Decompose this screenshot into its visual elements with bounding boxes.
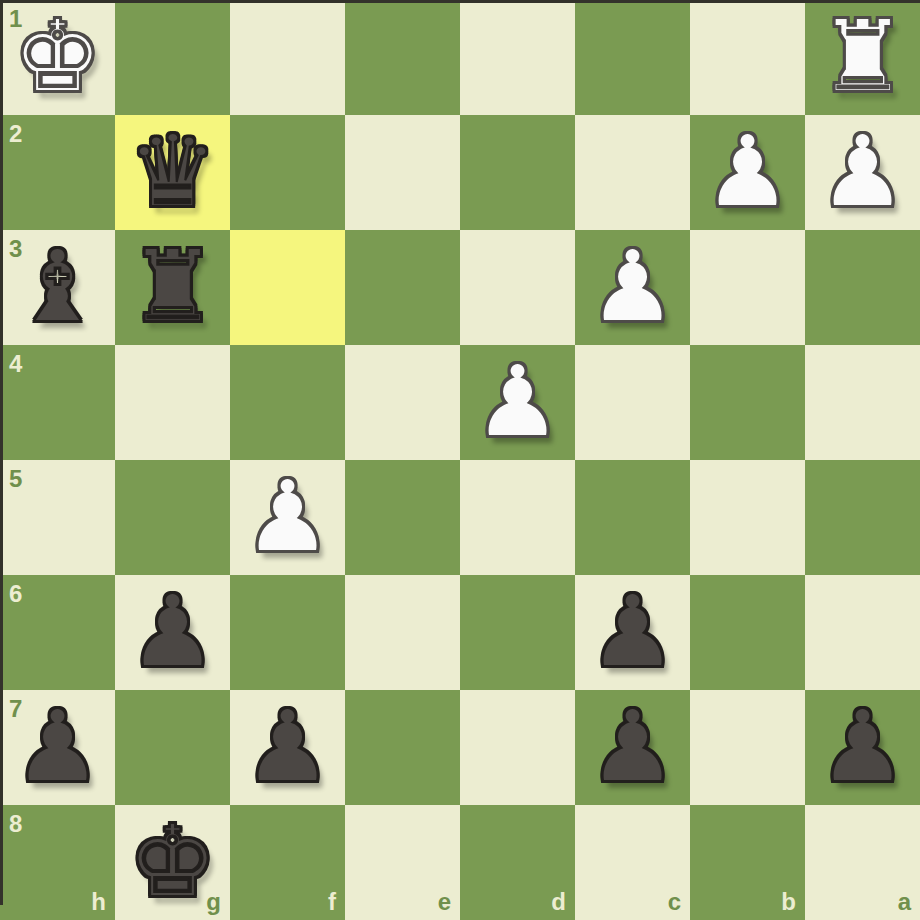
square-f6[interactable]: [230, 575, 345, 690]
file-label-a: a: [898, 888, 911, 916]
rank-label-3: 3: [9, 235, 22, 263]
square-f8[interactable]: f: [230, 805, 345, 920]
square-b4[interactable]: [690, 345, 805, 460]
square-b7[interactable]: [690, 690, 805, 805]
square-c8[interactable]: c: [575, 805, 690, 920]
square-d7[interactable]: [460, 690, 575, 805]
square-a1[interactable]: ♜: [805, 0, 920, 115]
square-d6[interactable]: [460, 575, 575, 690]
file-label-b: b: [781, 888, 796, 916]
square-g6[interactable]: ♟: [115, 575, 230, 690]
square-h6[interactable]: 6: [0, 575, 115, 690]
black-rook-piece[interactable]: ♜: [115, 230, 230, 345]
white-pawn-piece[interactable]: ♟: [460, 345, 575, 460]
square-a8[interactable]: a: [805, 805, 920, 920]
square-a5[interactable]: [805, 460, 920, 575]
square-c1[interactable]: [575, 0, 690, 115]
square-f7[interactable]: ♟: [230, 690, 345, 805]
square-h5[interactable]: 5: [0, 460, 115, 575]
square-h4[interactable]: 4: [0, 345, 115, 460]
square-f4[interactable]: [230, 345, 345, 460]
square-h3[interactable]: 3♝: [0, 230, 115, 345]
square-b8[interactable]: b: [690, 805, 805, 920]
square-h1[interactable]: 1♚: [0, 0, 115, 115]
square-c7[interactable]: ♟: [575, 690, 690, 805]
square-b3[interactable]: [690, 230, 805, 345]
square-b5[interactable]: [690, 460, 805, 575]
square-b2[interactable]: ♟: [690, 115, 805, 230]
square-c4[interactable]: [575, 345, 690, 460]
square-b6[interactable]: [690, 575, 805, 690]
rank-label-4: 4: [9, 350, 22, 378]
chess-board: 1♚♜2♛♟♟3♝♜♟4♟5♟6♟♟7♟♟♟♟8hg♚fedcba: [0, 0, 920, 920]
white-pawn-piece[interactable]: ♟: [230, 460, 345, 575]
square-d4[interactable]: ♟: [460, 345, 575, 460]
square-f2[interactable]: [230, 115, 345, 230]
square-e7[interactable]: [345, 690, 460, 805]
square-e2[interactable]: [345, 115, 460, 230]
square-d5[interactable]: [460, 460, 575, 575]
square-f5[interactable]: ♟: [230, 460, 345, 575]
square-c5[interactable]: [575, 460, 690, 575]
black-pawn-piece[interactable]: ♟: [805, 690, 920, 805]
square-g1[interactable]: [115, 0, 230, 115]
file-label-g: g: [206, 888, 221, 916]
file-label-c: c: [668, 888, 681, 916]
rank-label-7: 7: [9, 695, 22, 723]
square-d2[interactable]: [460, 115, 575, 230]
square-e1[interactable]: [345, 0, 460, 115]
file-label-e: e: [438, 888, 451, 916]
black-queen-piece[interactable]: ♛: [115, 115, 230, 230]
black-pawn-piece[interactable]: ♟: [230, 690, 345, 805]
white-rook-piece[interactable]: ♜: [805, 0, 920, 115]
square-g2[interactable]: ♛: [115, 115, 230, 230]
square-g4[interactable]: [115, 345, 230, 460]
square-g5[interactable]: [115, 460, 230, 575]
rank-label-1: 1: [9, 5, 22, 33]
square-e4[interactable]: [345, 345, 460, 460]
square-g3[interactable]: ♜: [115, 230, 230, 345]
rank-label-2: 2: [9, 120, 22, 148]
square-c6[interactable]: ♟: [575, 575, 690, 690]
square-d8[interactable]: d: [460, 805, 575, 920]
square-h2[interactable]: 2: [0, 115, 115, 230]
square-a3[interactable]: [805, 230, 920, 345]
rank-label-6: 6: [9, 580, 22, 608]
square-c3[interactable]: ♟: [575, 230, 690, 345]
square-a4[interactable]: [805, 345, 920, 460]
window-frame-top-edge: [0, 0, 920, 3]
window-frame-left-edge: [0, 0, 3, 905]
square-a2[interactable]: ♟: [805, 115, 920, 230]
square-e8[interactable]: e: [345, 805, 460, 920]
square-e3[interactable]: [345, 230, 460, 345]
square-a6[interactable]: [805, 575, 920, 690]
square-h8[interactable]: 8h: [0, 805, 115, 920]
white-pawn-piece[interactable]: ♟: [805, 115, 920, 230]
file-label-h: h: [91, 888, 106, 916]
white-pawn-piece[interactable]: ♟: [575, 230, 690, 345]
square-d3[interactable]: [460, 230, 575, 345]
square-b1[interactable]: [690, 0, 805, 115]
square-a7[interactable]: ♟: [805, 690, 920, 805]
black-pawn-piece[interactable]: ♟: [115, 575, 230, 690]
square-f3[interactable]: [230, 230, 345, 345]
square-e5[interactable]: [345, 460, 460, 575]
file-label-d: d: [551, 888, 566, 916]
square-e6[interactable]: [345, 575, 460, 690]
file-label-f: f: [328, 888, 336, 916]
square-g7[interactable]: [115, 690, 230, 805]
square-c2[interactable]: [575, 115, 690, 230]
rank-label-5: 5: [9, 465, 22, 493]
black-pawn-piece[interactable]: ♟: [575, 575, 690, 690]
rank-label-8: 8: [9, 810, 22, 838]
chess-app-window: 1♚♜2♛♟♟3♝♜♟4♟5♟6♟♟7♟♟♟♟8hg♚fedcba: [0, 0, 920, 920]
square-f1[interactable]: [230, 0, 345, 115]
square-d1[interactable]: [460, 0, 575, 115]
white-pawn-piece[interactable]: ♟: [690, 115, 805, 230]
black-pawn-piece[interactable]: ♟: [575, 690, 690, 805]
square-g8[interactable]: g♚: [115, 805, 230, 920]
square-h7[interactable]: 7♟: [0, 690, 115, 805]
